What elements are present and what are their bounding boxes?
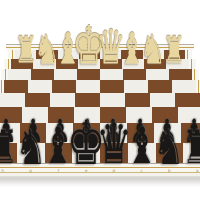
board-left-border — [1, 69, 8, 80]
rank-row-4 — [0, 80, 200, 93]
square-e4[interactable] — [76, 80, 100, 93]
black-rook[interactable]: ♜ — [182, 124, 200, 170]
square-h3[interactable] — [8, 69, 31, 80]
board-right-border — [185, 50, 192, 59]
square-f4[interactable] — [52, 80, 76, 93]
board-right-border — [192, 69, 199, 80]
square-d4[interactable] — [100, 80, 124, 93]
square-b5[interactable] — [150, 93, 175, 107]
square-h5[interactable] — [0, 93, 25, 107]
square-a3[interactable] — [169, 69, 192, 80]
square-c5[interactable] — [125, 93, 150, 107]
square-c4[interactable] — [124, 80, 148, 93]
square-g5[interactable] — [25, 93, 50, 107]
square-f5[interactable] — [50, 93, 75, 107]
square-g4[interactable] — [28, 80, 52, 93]
board-left-border — [4, 59, 11, 69]
square-b4[interactable] — [148, 80, 172, 93]
chess-set-photo: hgfedcba ♜♞♝♚♛♝♞♜♟♟♟♟♟♟♟♟♜♞♝♚♛♝♞♜ — [0, 0, 200, 200]
square-h4[interactable] — [4, 80, 28, 93]
black-knight[interactable]: ♞ — [154, 123, 185, 171]
rank-row-5 — [0, 93, 200, 107]
square-e5[interactable] — [75, 93, 100, 107]
board-right-border — [196, 80, 200, 93]
board-right-border — [189, 59, 196, 69]
white-rook[interactable]: ♜ — [163, 32, 186, 68]
square-a4[interactable] — [172, 80, 196, 93]
square-d5[interactable] — [100, 93, 125, 107]
square-a5[interactable] — [175, 93, 200, 107]
